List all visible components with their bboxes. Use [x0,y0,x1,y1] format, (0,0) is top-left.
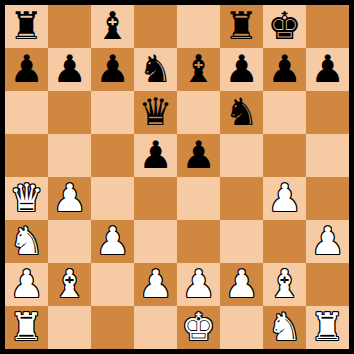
piece-white-pawn[interactable]: ♟ [138,263,172,306]
square-c1[interactable] [91,306,134,349]
piece-white-pawn[interactable]: ♟ [181,263,215,306]
piece-white-rook[interactable]: ♜ [9,306,43,349]
square-c2[interactable] [91,263,134,306]
square-d8[interactable] [134,5,177,48]
square-g1[interactable]: ♞ [263,306,306,349]
square-f1[interactable] [220,306,263,349]
piece-black-bishop[interactable]: ♝ [95,5,129,48]
piece-white-pawn[interactable]: ♟ [9,263,43,306]
square-a7[interactable]: ♟ [5,48,48,91]
piece-black-pawn[interactable]: ♟ [181,134,215,177]
square-c6[interactable] [91,91,134,134]
square-g2[interactable]: ♝ [263,263,306,306]
square-h8[interactable] [306,5,349,48]
square-g8[interactable]: ♚ [263,5,306,48]
square-c3[interactable]: ♟ [91,220,134,263]
piece-black-rook[interactable]: ♜ [224,5,258,48]
square-b1[interactable] [48,306,91,349]
square-c8[interactable]: ♝ [91,5,134,48]
square-e2[interactable]: ♟ [177,263,220,306]
piece-white-bishop[interactable]: ♝ [267,263,301,306]
square-h4[interactable] [306,177,349,220]
square-b4[interactable]: ♟ [48,177,91,220]
square-e8[interactable] [177,5,220,48]
square-d4[interactable] [134,177,177,220]
square-g3[interactable] [263,220,306,263]
square-e1[interactable]: ♚ [177,306,220,349]
square-a4[interactable]: ♛ [5,177,48,220]
piece-black-pawn[interactable]: ♟ [224,48,258,91]
piece-black-knight[interactable]: ♞ [224,91,258,134]
chess-board: ♜♝♜♚♟♟♟♞♝♟♟♟♛♞♟♟♛♟♟♞♟♟♟♝♟♟♟♝♜♚♞♜ [5,5,349,349]
piece-black-pawn[interactable]: ♟ [95,48,129,91]
square-c5[interactable] [91,134,134,177]
square-h3[interactable]: ♟ [306,220,349,263]
piece-black-queen[interactable]: ♛ [138,91,172,134]
square-c4[interactable] [91,177,134,220]
piece-black-king[interactable]: ♚ [267,5,301,48]
square-d5[interactable]: ♟ [134,134,177,177]
square-b8[interactable] [48,5,91,48]
piece-black-pawn[interactable]: ♟ [138,134,172,177]
square-d1[interactable] [134,306,177,349]
square-e5[interactable]: ♟ [177,134,220,177]
piece-white-king[interactable]: ♚ [181,306,215,349]
square-e4[interactable] [177,177,220,220]
piece-white-pawn[interactable]: ♟ [310,220,344,263]
piece-white-bishop[interactable]: ♝ [52,263,86,306]
square-d3[interactable] [134,220,177,263]
square-g5[interactable] [263,134,306,177]
square-e7[interactable]: ♝ [177,48,220,91]
square-b3[interactable] [48,220,91,263]
square-b2[interactable]: ♝ [48,263,91,306]
piece-white-knight[interactable]: ♞ [9,220,43,263]
square-e3[interactable] [177,220,220,263]
piece-white-knight[interactable]: ♞ [267,306,301,349]
piece-white-pawn[interactable]: ♟ [52,177,86,220]
piece-white-pawn[interactable]: ♟ [267,177,301,220]
square-b7[interactable]: ♟ [48,48,91,91]
square-d7[interactable]: ♞ [134,48,177,91]
square-a1[interactable]: ♜ [5,306,48,349]
square-a3[interactable]: ♞ [5,220,48,263]
square-f4[interactable] [220,177,263,220]
piece-black-pawn[interactable]: ♟ [267,48,301,91]
square-g4[interactable]: ♟ [263,177,306,220]
square-d6[interactable]: ♛ [134,91,177,134]
square-a8[interactable]: ♜ [5,5,48,48]
square-f7[interactable]: ♟ [220,48,263,91]
square-h7[interactable]: ♟ [306,48,349,91]
square-e6[interactable] [177,91,220,134]
piece-white-pawn[interactable]: ♟ [224,263,258,306]
piece-white-pawn[interactable]: ♟ [95,220,129,263]
square-h1[interactable]: ♜ [306,306,349,349]
square-f6[interactable]: ♞ [220,91,263,134]
piece-black-bishop[interactable]: ♝ [181,48,215,91]
piece-white-rook[interactable]: ♜ [310,306,344,349]
square-h5[interactable] [306,134,349,177]
square-f3[interactable] [220,220,263,263]
square-b6[interactable] [48,91,91,134]
piece-black-pawn[interactable]: ♟ [9,48,43,91]
square-a6[interactable] [5,91,48,134]
square-d2[interactable]: ♟ [134,263,177,306]
square-a5[interactable] [5,134,48,177]
square-b5[interactable] [48,134,91,177]
piece-black-pawn[interactable]: ♟ [310,48,344,91]
chess-board-frame: ♜♝♜♚♟♟♟♞♝♟♟♟♛♞♟♟♛♟♟♞♟♟♟♝♟♟♟♝♜♚♞♜ [0,0,354,354]
square-h2[interactable] [306,263,349,306]
square-c7[interactable]: ♟ [91,48,134,91]
square-f5[interactable] [220,134,263,177]
square-h6[interactable] [306,91,349,134]
piece-white-queen[interactable]: ♛ [9,177,43,220]
square-f2[interactable]: ♟ [220,263,263,306]
square-g7[interactable]: ♟ [263,48,306,91]
square-f8[interactable]: ♜ [220,5,263,48]
square-g6[interactable] [263,91,306,134]
piece-black-pawn[interactable]: ♟ [52,48,86,91]
piece-black-rook[interactable]: ♜ [9,5,43,48]
piece-black-knight[interactable]: ♞ [138,48,172,91]
square-a2[interactable]: ♟ [5,263,48,306]
